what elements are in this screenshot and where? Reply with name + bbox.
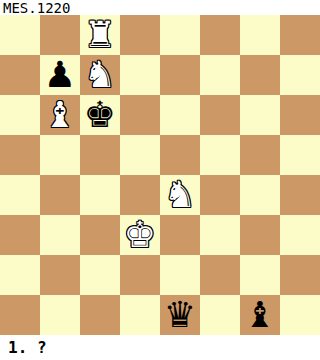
square-f7[interactable]: [200, 55, 240, 95]
square-f6[interactable]: [200, 95, 240, 135]
problem-title: MES.1220: [0, 0, 320, 15]
piece-white-rook[interactable]: ♜: [84, 17, 116, 53]
piece-white-bishop[interactable]: ♝: [44, 97, 76, 133]
square-g7[interactable]: [240, 55, 280, 95]
square-g6[interactable]: [240, 95, 280, 135]
square-a3[interactable]: [0, 215, 40, 255]
square-d7[interactable]: [120, 55, 160, 95]
move-prompt: 1. ?: [0, 335, 320, 360]
square-h8[interactable]: [280, 15, 320, 55]
square-a8[interactable]: [0, 15, 40, 55]
square-b1[interactable]: [40, 295, 80, 335]
square-e3[interactable]: [160, 215, 200, 255]
square-f1[interactable]: [200, 295, 240, 335]
piece-black-bishop[interactable]: ♝: [244, 297, 276, 333]
square-e4[interactable]: ♞: [160, 175, 200, 215]
piece-white-knight[interactable]: ♞: [164, 177, 196, 213]
square-c7[interactable]: ♞: [80, 55, 120, 95]
square-g8[interactable]: [240, 15, 280, 55]
square-c1[interactable]: [80, 295, 120, 335]
square-h4[interactable]: [280, 175, 320, 215]
square-c8[interactable]: ♜: [80, 15, 120, 55]
square-g5[interactable]: [240, 135, 280, 175]
square-d3[interactable]: ♚: [120, 215, 160, 255]
square-b4[interactable]: [40, 175, 80, 215]
square-a5[interactable]: [0, 135, 40, 175]
square-f2[interactable]: [200, 255, 240, 295]
square-g2[interactable]: [240, 255, 280, 295]
square-d6[interactable]: [120, 95, 160, 135]
square-e2[interactable]: [160, 255, 200, 295]
square-d8[interactable]: [120, 15, 160, 55]
piece-white-king[interactable]: ♚: [124, 217, 156, 253]
square-f5[interactable]: [200, 135, 240, 175]
square-a4[interactable]: [0, 175, 40, 215]
square-e1[interactable]: ♛: [160, 295, 200, 335]
square-b3[interactable]: [40, 215, 80, 255]
square-c3[interactable]: [80, 215, 120, 255]
square-g3[interactable]: [240, 215, 280, 255]
square-h3[interactable]: [280, 215, 320, 255]
square-e6[interactable]: [160, 95, 200, 135]
square-g1[interactable]: ♝: [240, 295, 280, 335]
square-d4[interactable]: [120, 175, 160, 215]
square-d1[interactable]: [120, 295, 160, 335]
square-a1[interactable]: [0, 295, 40, 335]
square-h1[interactable]: [280, 295, 320, 335]
square-a6[interactable]: [0, 95, 40, 135]
square-d2[interactable]: [120, 255, 160, 295]
square-c6[interactable]: ♚: [80, 95, 120, 135]
piece-black-pawn[interactable]: ♟: [44, 57, 76, 93]
square-h7[interactable]: [280, 55, 320, 95]
square-c4[interactable]: [80, 175, 120, 215]
square-a7[interactable]: [0, 55, 40, 95]
square-a2[interactable]: [0, 255, 40, 295]
square-g4[interactable]: [240, 175, 280, 215]
square-b8[interactable]: [40, 15, 80, 55]
square-b2[interactable]: [40, 255, 80, 295]
square-d5[interactable]: [120, 135, 160, 175]
square-e5[interactable]: [160, 135, 200, 175]
square-b6[interactable]: ♝: [40, 95, 80, 135]
square-f4[interactable]: [200, 175, 240, 215]
square-h5[interactable]: [280, 135, 320, 175]
square-b5[interactable]: [40, 135, 80, 175]
piece-black-king[interactable]: ♚: [84, 97, 116, 133]
square-f3[interactable]: [200, 215, 240, 255]
square-h2[interactable]: [280, 255, 320, 295]
square-b7[interactable]: ♟: [40, 55, 80, 95]
piece-black-queen[interactable]: ♛: [164, 297, 196, 333]
square-h6[interactable]: [280, 95, 320, 135]
chess-board: ♜♟♞♝♚♞♚♛♝: [0, 15, 320, 335]
square-e7[interactable]: [160, 55, 200, 95]
square-e8[interactable]: [160, 15, 200, 55]
square-c5[interactable]: [80, 135, 120, 175]
piece-white-knight[interactable]: ♞: [84, 57, 116, 93]
square-f8[interactable]: [200, 15, 240, 55]
square-c2[interactable]: [80, 255, 120, 295]
chess-problem-window: MES.1220 ♜♟♞♝♚♞♚♛♝ 1. ?: [0, 0, 320, 360]
